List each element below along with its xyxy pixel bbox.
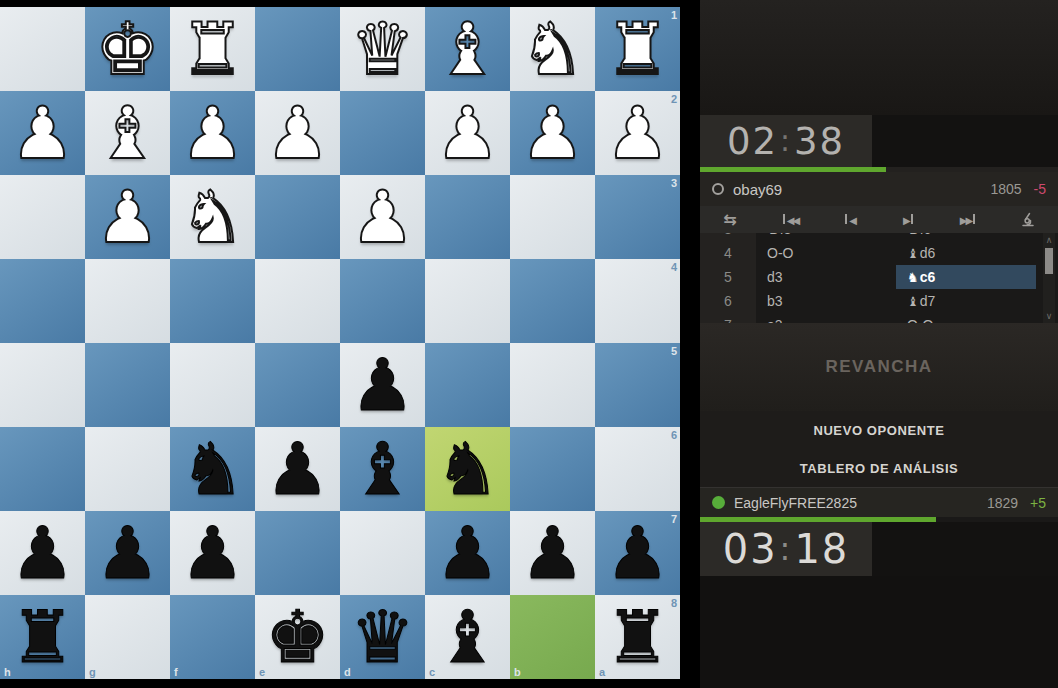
- square-e3[interactable]: [255, 175, 340, 259]
- analysis-board-button[interactable]: TABLERO DE ANÁLISIS: [700, 449, 1058, 487]
- black-rook-a8[interactable]: ♜: [595, 595, 680, 679]
- move-nav-bar: ⇆ ◀◀ ◀ ▶ ▶▶: [700, 206, 1058, 233]
- square-a1[interactable]: ♜1: [595, 7, 680, 91]
- outline-circle-icon: [712, 183, 724, 195]
- move-6-white[interactable]: b3: [756, 289, 896, 313]
- rank-label-6: 6: [671, 429, 677, 441]
- square-h6[interactable]: [0, 427, 85, 511]
- file-label-h: h: [4, 666, 11, 678]
- player-clock-minutes: 03: [723, 526, 778, 572]
- white-king-g1[interactable]: ♚: [85, 7, 170, 91]
- opponent-clock-minutes: 02: [727, 120, 778, 163]
- last-move-button[interactable]: ▶▶: [939, 206, 999, 233]
- white-pawn-d3[interactable]: ♟: [340, 175, 425, 259]
- figurine-icon: ♝: [907, 294, 919, 309]
- file-label-e: e: [259, 666, 265, 678]
- move-row-7: 7a3O-O: [700, 313, 1058, 323]
- square-a6[interactable]: 6: [595, 427, 680, 511]
- player-row: EagleFlyFREE2825 1829 +5: [700, 487, 1058, 517]
- first-move-icon: ◀◀: [781, 212, 798, 227]
- square-d5[interactable]: ♟: [340, 343, 425, 427]
- square-e4[interactable]: [255, 259, 340, 343]
- move-number: 4: [700, 241, 756, 265]
- next-move-icon: ▶: [903, 212, 915, 227]
- white-pawn-e2[interactable]: ♟: [255, 91, 340, 175]
- white-pawn-g3[interactable]: ♟: [85, 175, 170, 259]
- square-a2[interactable]: ♟2: [595, 91, 680, 175]
- square-h5[interactable]: [0, 343, 85, 427]
- opponent-clock-display: 02:38: [700, 115, 872, 167]
- rematch-button[interactable]: REVANCHA: [700, 323, 1058, 411]
- white-bishop-c1[interactable]: ♝: [425, 7, 510, 91]
- square-a3[interactable]: 3: [595, 175, 680, 259]
- square-b6[interactable]: [510, 427, 595, 511]
- rank-label-4: 4: [671, 261, 677, 273]
- first-move-button[interactable]: ◀◀: [760, 206, 820, 233]
- white-pawn-b2[interactable]: ♟: [510, 91, 595, 175]
- move-6-black[interactable]: ♝d7: [896, 289, 1036, 313]
- square-c8[interactable]: ♝c: [425, 595, 510, 679]
- scrollbar-down-icon[interactable]: ∨: [1043, 311, 1055, 321]
- white-knight-b1[interactable]: ♞: [510, 7, 595, 91]
- rank-label-8: 8: [671, 597, 677, 609]
- square-b1[interactable]: ♞: [510, 7, 595, 91]
- square-b3[interactable]: [510, 175, 595, 259]
- move-3-white[interactable]: ♞f3: [756, 233, 896, 241]
- move-7-white[interactable]: a3: [756, 313, 896, 323]
- square-e7[interactable]: [255, 511, 340, 595]
- square-g5[interactable]: [85, 343, 170, 427]
- square-c2[interactable]: ♟: [425, 91, 510, 175]
- black-pawn-b7[interactable]: ♟: [510, 511, 595, 595]
- rank-label-3: 3: [671, 177, 677, 189]
- square-f2[interactable]: ♟: [170, 91, 255, 175]
- opponent-row: obay69 1805 -5: [700, 172, 1058, 206]
- square-g2[interactable]: ♝: [85, 91, 170, 175]
- next-move-button[interactable]: ▶: [879, 206, 939, 233]
- player-rating: 1829: [987, 495, 1018, 511]
- file-label-a: a: [599, 666, 605, 678]
- square-d6[interactable]: ♝: [340, 427, 425, 511]
- player-name[interactable]: EagleFlyFREE2825: [734, 495, 978, 511]
- black-bishop-c8[interactable]: ♝: [425, 595, 510, 679]
- panel-bottom-spacer: [700, 576, 1058, 688]
- rank-label-7: 7: [671, 513, 677, 525]
- white-pawn-f2[interactable]: ♟: [170, 91, 255, 175]
- white-pawn-a2[interactable]: ♟: [595, 91, 680, 175]
- figurine-icon: ♝: [907, 246, 919, 261]
- move-number: 7: [700, 313, 756, 323]
- file-label-b: b: [514, 666, 521, 678]
- square-c6[interactable]: ♞: [425, 427, 510, 511]
- white-bishop-g2[interactable]: ♝: [85, 91, 170, 175]
- flip-board-icon: ⇆: [723, 210, 736, 229]
- black-bishop-d6[interactable]: ♝: [340, 427, 425, 511]
- opponent-clock-seconds: 38: [794, 120, 845, 163]
- square-c5[interactable]: [425, 343, 510, 427]
- square-b4[interactable]: [510, 259, 595, 343]
- white-pawn-c2[interactable]: ♟: [425, 91, 510, 175]
- black-pawn-a7[interactable]: ♟: [595, 511, 680, 595]
- panel-top-spacer: [700, 0, 1058, 115]
- flip-board-button[interactable]: ⇆: [700, 206, 760, 233]
- square-d4[interactable]: [340, 259, 425, 343]
- square-d1[interactable]: ♛: [340, 7, 425, 91]
- new-opponent-button[interactable]: NUEVO OPONENTE: [700, 411, 1058, 449]
- move-row-5: 5d3♞c6: [700, 265, 1058, 289]
- white-pawn-h2[interactable]: ♟: [0, 91, 85, 175]
- scrollbar-up-icon[interactable]: ∧: [1043, 235, 1055, 245]
- square-c3[interactable]: [425, 175, 510, 259]
- square-h7[interactable]: ♟: [0, 511, 85, 595]
- square-g3[interactable]: ♟: [85, 175, 170, 259]
- move-list: 3♞f3♞f64O-O♝d65d3♞c66b3♝d77a3O-O ∧ ∨: [700, 233, 1058, 323]
- player-clock: 03:18: [700, 522, 1058, 576]
- square-d8[interactable]: ♛d: [340, 595, 425, 679]
- square-c4[interactable]: [425, 259, 510, 343]
- opponent-clock: 02:38: [700, 115, 1058, 167]
- square-f5[interactable]: [170, 343, 255, 427]
- square-e1[interactable]: [255, 7, 340, 91]
- square-e8[interactable]: ♚e: [255, 595, 340, 679]
- square-g4[interactable]: [85, 259, 170, 343]
- move-number: 3: [700, 233, 756, 241]
- black-knight-f6[interactable]: ♞: [170, 427, 255, 511]
- figurine-icon: ♞: [907, 233, 919, 237]
- square-b2[interactable]: ♟: [510, 91, 595, 175]
- move-number: 5: [700, 265, 756, 289]
- figurine-icon: ♞: [907, 270, 919, 285]
- white-knight-f3[interactable]: ♞: [170, 175, 255, 259]
- square-e6[interactable]: ♟: [255, 427, 340, 511]
- scrollbar-thumb[interactable]: [1045, 248, 1053, 274]
- side-panel: 02:38 obay69 1805 -5 ⇆ ◀◀ ◀ ▶ ▶▶: [700, 0, 1058, 688]
- square-e5[interactable]: [255, 343, 340, 427]
- move-row-4: 4O-O♝d6: [700, 241, 1058, 265]
- move-5-white[interactable]: d3: [756, 265, 896, 289]
- move-list-scrollbar: ∧ ∨: [1043, 233, 1055, 323]
- player-clock-separator: :: [778, 530, 795, 568]
- app-window: ♚♜♛♝♞♜1♟♝♟♟♟♟♟2♟♞♟34♟5♞♟♝♞6♟♟♟♟♟♟7♜hgf♚e…: [0, 0, 1058, 688]
- opponent-rating: 1805: [990, 181, 1021, 197]
- square-h4[interactable]: [0, 259, 85, 343]
- board: ♚♜♛♝♞♜1♟♝♟♟♟♟♟2♟♞♟34♟5♞♟♝♞6♟♟♟♟♟♟7♜hgf♚e…: [0, 7, 680, 679]
- move-row-3: 3♞f3♞f6: [700, 233, 1058, 241]
- move-3-black[interactable]: ♞f6: [896, 233, 1036, 241]
- square-f7[interactable]: ♟: [170, 511, 255, 595]
- square-b5[interactable]: [510, 343, 595, 427]
- figurine-icon: ♞: [767, 233, 779, 237]
- black-rook-h8[interactable]: ♜: [0, 595, 85, 679]
- white-queen-d1[interactable]: ♛: [340, 7, 425, 91]
- black-pawn-h7[interactable]: ♟: [0, 511, 85, 595]
- white-rook-a1[interactable]: ♜: [595, 7, 680, 91]
- player-clock-display: 03:18: [700, 522, 872, 576]
- square-f8[interactable]: f: [170, 595, 255, 679]
- square-f1[interactable]: ♜: [170, 7, 255, 91]
- opponent-name[interactable]: obay69: [733, 181, 981, 198]
- analysis-board-label: TABLERO DE ANÁLISIS: [800, 461, 959, 476]
- rank-label-5: 5: [671, 345, 677, 357]
- square-a4[interactable]: 4: [595, 259, 680, 343]
- player-clock-seconds: 18: [794, 526, 849, 572]
- square-e2[interactable]: ♟: [255, 91, 340, 175]
- square-d7[interactable]: [340, 511, 425, 595]
- square-a5[interactable]: 5: [595, 343, 680, 427]
- black-pawn-c7[interactable]: ♟: [425, 511, 510, 595]
- square-h1[interactable]: [0, 7, 85, 91]
- black-queen-d8[interactable]: ♛: [340, 595, 425, 679]
- square-d3[interactable]: ♟: [340, 175, 425, 259]
- square-a7[interactable]: ♟7: [595, 511, 680, 595]
- opponent-rating-change: -5: [1034, 181, 1046, 197]
- player-rating-change: +5: [1030, 495, 1046, 511]
- square-h2[interactable]: ♟: [0, 91, 85, 175]
- rank-label-1: 1: [671, 9, 677, 21]
- opponent-clock-separator: :: [778, 124, 794, 158]
- file-label-f: f: [174, 666, 178, 678]
- previous-move-button[interactable]: ◀: [819, 206, 879, 233]
- square-c7[interactable]: ♟: [425, 511, 510, 595]
- square-f6[interactable]: ♞: [170, 427, 255, 511]
- square-h3[interactable]: [0, 175, 85, 259]
- file-label-g: g: [89, 666, 96, 678]
- square-f3[interactable]: ♞: [170, 175, 255, 259]
- square-g1[interactable]: ♚: [85, 7, 170, 91]
- move-number: 6: [700, 289, 756, 313]
- black-pawn-f7[interactable]: ♟: [170, 511, 255, 595]
- white-rook-f1[interactable]: ♜: [170, 7, 255, 91]
- square-g7[interactable]: ♟: [85, 511, 170, 595]
- file-label-c: c: [429, 666, 435, 678]
- square-c1[interactable]: ♝: [425, 7, 510, 91]
- square-b8[interactable]: b: [510, 595, 595, 679]
- black-pawn-g7[interactable]: ♟: [85, 511, 170, 595]
- square-g6[interactable]: [85, 427, 170, 511]
- black-pawn-d5[interactable]: ♟: [340, 343, 425, 427]
- move-7-black[interactable]: O-O: [896, 313, 1036, 323]
- previous-move-icon: ◀: [843, 212, 855, 227]
- move-4-white[interactable]: O-O: [756, 241, 896, 265]
- analysis-button[interactable]: [998, 206, 1058, 233]
- analysis-icon: [1020, 212, 1036, 228]
- square-b7[interactable]: ♟: [510, 511, 595, 595]
- new-opponent-label: NUEVO OPONENTE: [813, 423, 944, 438]
- square-f4[interactable]: [170, 259, 255, 343]
- file-label-d: d: [344, 666, 351, 678]
- square-g8[interactable]: g: [85, 595, 170, 679]
- black-pawn-e6[interactable]: ♟: [255, 427, 340, 511]
- square-d2[interactable]: [340, 91, 425, 175]
- black-knight-c6[interactable]: ♞: [425, 427, 510, 511]
- rank-label-2: 2: [671, 93, 677, 105]
- rematch-label: REVANCHA: [825, 357, 932, 377]
- black-king-e8[interactable]: ♚: [255, 595, 340, 679]
- move-row-6: 6b3♝d7: [700, 289, 1058, 313]
- square-a8[interactable]: ♜a8: [595, 595, 680, 679]
- last-move-icon: ▶▶: [960, 212, 977, 227]
- move-4-black[interactable]: ♝d6: [896, 241, 1036, 265]
- square-h8[interactable]: ♜h: [0, 595, 85, 679]
- move-5-black[interactable]: ♞c6: [896, 265, 1036, 289]
- green-dot-icon: [712, 496, 725, 509]
